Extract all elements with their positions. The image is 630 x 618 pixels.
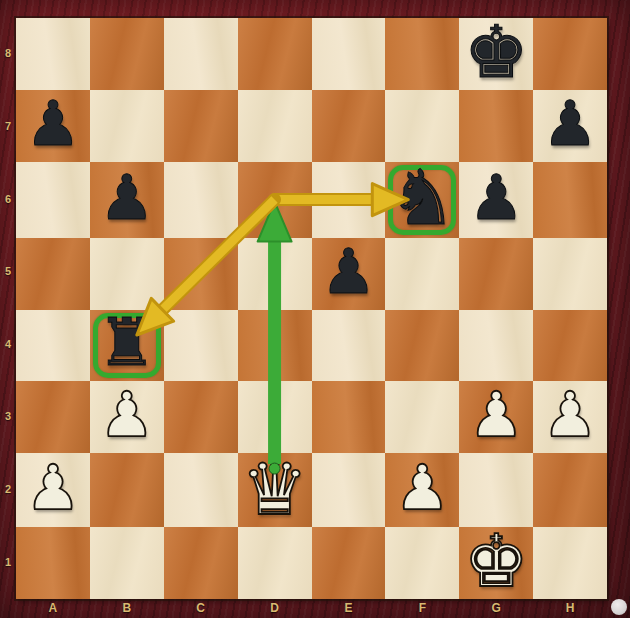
file-label-e: E: [333, 599, 363, 618]
square-a4[interactable]: [16, 310, 90, 382]
piece-black-pawn[interactable]: ♟: [321, 241, 377, 303]
piece-white-king[interactable]: ♚: [464, 525, 529, 597]
square-d4[interactable]: [238, 310, 312, 382]
square-e8[interactable]: [312, 18, 386, 90]
square-c4[interactable]: [164, 310, 238, 382]
piece-black-rook[interactable]: ♜: [97, 310, 156, 376]
square-h4[interactable]: [533, 310, 607, 382]
rank-label-3: 3: [0, 410, 16, 422]
square-b3[interactable]: ♟: [90, 381, 164, 453]
square-a7[interactable]: ♟: [16, 90, 90, 162]
square-b5[interactable]: [90, 238, 164, 310]
piece-black-king[interactable]: ♚: [464, 16, 529, 88]
square-a5[interactable]: [16, 238, 90, 310]
square-g7[interactable]: [459, 90, 533, 162]
square-g3[interactable]: ♟: [459, 381, 533, 453]
rank-label-1: 1: [0, 556, 16, 568]
piece-black-pawn[interactable]: ♟: [25, 93, 81, 155]
square-e3[interactable]: [312, 381, 386, 453]
square-d5[interactable]: [238, 238, 312, 310]
piece-black-pawn[interactable]: ♟: [99, 167, 155, 229]
watermark-dot: [611, 599, 627, 615]
square-h1[interactable]: [533, 527, 607, 599]
square-d1[interactable]: [238, 527, 312, 599]
rank-label-4: 4: [0, 338, 16, 350]
square-c6[interactable]: [164, 162, 238, 238]
chessboard-frame: ♚♟♟♟♞♟♟♜♟♟♟♟♛♟♚ 87654321ABCDEFGH: [0, 0, 630, 618]
square-f6[interactable]: ♞: [385, 162, 459, 238]
piece-white-pawn[interactable]: ♟: [542, 384, 598, 446]
square-f4[interactable]: [385, 310, 459, 382]
square-g1[interactable]: ♚: [459, 527, 533, 599]
square-h6[interactable]: [533, 162, 607, 238]
square-d2[interactable]: ♛: [238, 453, 312, 527]
square-d6[interactable]: [238, 162, 312, 238]
square-d7[interactable]: [238, 90, 312, 162]
square-a8[interactable]: [16, 18, 90, 90]
square-b4[interactable]: ♜: [90, 310, 164, 382]
square-d3[interactable]: [238, 381, 312, 453]
piece-white-pawn[interactable]: ♟: [99, 384, 155, 446]
square-e1[interactable]: [312, 527, 386, 599]
rank-label-2: 2: [0, 483, 16, 495]
square-h2[interactable]: [533, 453, 607, 527]
file-label-h: H: [555, 599, 585, 618]
file-label-a: A: [38, 599, 68, 618]
square-h7[interactable]: ♟: [533, 90, 607, 162]
square-g6[interactable]: ♟: [459, 162, 533, 238]
square-a1[interactable]: [16, 527, 90, 599]
rank-label-5: 5: [0, 265, 16, 277]
piece-black-pawn[interactable]: ♟: [468, 167, 524, 229]
square-e2[interactable]: [312, 453, 386, 527]
square-b7[interactable]: [90, 90, 164, 162]
square-c3[interactable]: [164, 381, 238, 453]
piece-black-knight[interactable]: ♞: [388, 160, 456, 236]
square-b2[interactable]: [90, 453, 164, 527]
piece-white-pawn[interactable]: ♟: [25, 457, 81, 519]
square-b1[interactable]: [90, 527, 164, 599]
square-f7[interactable]: [385, 90, 459, 162]
square-e4[interactable]: [312, 310, 386, 382]
square-b6[interactable]: ♟: [90, 162, 164, 238]
file-label-b: B: [112, 599, 142, 618]
file-label-g: G: [481, 599, 511, 618]
square-a3[interactable]: [16, 381, 90, 453]
square-h5[interactable]: [533, 238, 607, 310]
square-d8[interactable]: [238, 18, 312, 90]
square-c2[interactable]: [164, 453, 238, 527]
square-h3[interactable]: ♟: [533, 381, 607, 453]
square-f2[interactable]: ♟: [385, 453, 459, 527]
square-e5[interactable]: ♟: [312, 238, 386, 310]
square-a6[interactable]: [16, 162, 90, 238]
file-label-d: D: [260, 599, 290, 618]
square-g5[interactable]: [459, 238, 533, 310]
file-label-f: F: [407, 599, 437, 618]
square-f3[interactable]: [385, 381, 459, 453]
square-c7[interactable]: [164, 90, 238, 162]
rank-label-8: 8: [0, 47, 16, 59]
chess-board: ♚♟♟♟♞♟♟♜♟♟♟♟♛♟♚: [16, 18, 607, 599]
square-f8[interactable]: [385, 18, 459, 90]
square-f5[interactable]: [385, 238, 459, 310]
rank-label-6: 6: [0, 193, 16, 205]
square-c8[interactable]: [164, 18, 238, 90]
piece-white-pawn[interactable]: ♟: [395, 457, 451, 519]
piece-black-pawn[interactable]: ♟: [542, 93, 598, 155]
square-h8[interactable]: [533, 18, 607, 90]
square-a2[interactable]: ♟: [16, 453, 90, 527]
square-b8[interactable]: [90, 18, 164, 90]
piece-white-queen[interactable]: ♛: [241, 451, 307, 525]
piece-white-pawn[interactable]: ♟: [468, 384, 524, 446]
rank-label-7: 7: [0, 120, 16, 132]
square-e6[interactable]: [312, 162, 386, 238]
square-e7[interactable]: [312, 90, 386, 162]
square-g8[interactable]: ♚: [459, 18, 533, 90]
square-c1[interactable]: [164, 527, 238, 599]
square-c5[interactable]: [164, 238, 238, 310]
square-g4[interactable]: [459, 310, 533, 382]
file-label-c: C: [186, 599, 216, 618]
square-g2[interactable]: [459, 453, 533, 527]
square-f1[interactable]: [385, 527, 459, 599]
